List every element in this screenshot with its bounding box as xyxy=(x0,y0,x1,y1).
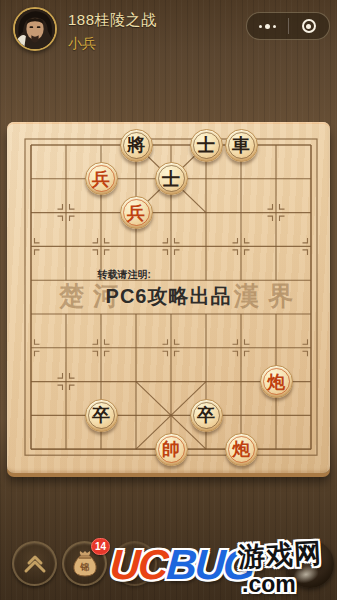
close-button[interactable] xyxy=(289,13,330,39)
player-avatar xyxy=(13,7,57,51)
more-button[interactable] xyxy=(247,13,288,39)
piece-red-帥[interactable]: 帥 xyxy=(155,433,188,466)
piece-layer: 將士車士兵兵炮卒卒帥炮 xyxy=(7,122,330,473)
xiangqi-board[interactable]: 楚河 漢界 转载请注明: PC6攻略出品 將士車士兵兵炮卒卒帥炮 xyxy=(7,122,330,473)
bag-badge: 14 xyxy=(91,538,110,555)
piece-black-車[interactable]: 車 xyxy=(225,129,258,162)
bottom-bar: 锦 14 xyxy=(0,538,337,600)
piece-black-卒[interactable]: 卒 xyxy=(190,399,223,432)
piece-red-兵[interactable]: 兵 xyxy=(120,196,153,229)
piece-black-士[interactable]: 士 xyxy=(190,129,223,162)
hidden-button-icon xyxy=(122,550,148,577)
level-title: 188桂陵之战 xyxy=(68,11,157,30)
svg-text:锦: 锦 xyxy=(79,562,89,572)
piece-red-炮[interactable]: 炮 xyxy=(260,365,293,398)
header: 188桂陵之战 小兵 xyxy=(0,0,337,60)
chevrons-up-icon xyxy=(23,554,47,574)
target-circle-icon xyxy=(302,19,316,33)
piece-red-炮[interactable]: 炮 xyxy=(225,433,258,466)
piece-black-將[interactable]: 將 xyxy=(120,129,153,162)
item-bag-button[interactable]: 锦 14 xyxy=(62,541,107,586)
ellipsis-icon xyxy=(259,24,276,29)
collapse-button[interactable] xyxy=(12,541,57,586)
piece-red-兵[interactable]: 兵 xyxy=(85,162,118,195)
difficulty-label: 小兵 xyxy=(68,35,157,53)
piece-black-卒[interactable]: 卒 xyxy=(85,399,118,432)
dark-sphere-icon xyxy=(286,540,334,588)
piece-black-士[interactable]: 士 xyxy=(155,162,188,195)
title-block: 188桂陵之战 小兵 xyxy=(68,11,157,53)
player-portrait-icon xyxy=(15,9,55,49)
hidden-button[interactable] xyxy=(112,541,157,586)
wechat-capsule xyxy=(246,12,330,40)
money-bag-icon: 锦 xyxy=(72,550,98,577)
